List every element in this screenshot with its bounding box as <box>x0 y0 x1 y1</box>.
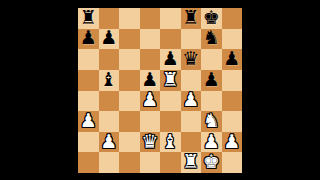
piece-white-pawn: ♟ <box>80 111 97 130</box>
square-h1[interactable] <box>222 152 243 173</box>
square-e2[interactable]: ♝ <box>160 132 181 153</box>
square-h3[interactable] <box>222 111 243 132</box>
square-a4[interactable] <box>78 91 99 112</box>
square-e3[interactable] <box>160 111 181 132</box>
square-b3[interactable] <box>99 111 120 132</box>
square-a8[interactable]: ♜ <box>78 8 99 29</box>
square-f1[interactable]: ♜ <box>181 152 202 173</box>
chess-board: ♜♜♚♟♟♞♟♛♟♝♟♜♟♟♟♟♞♟♛♝♟♟♜♚ <box>78 8 242 173</box>
square-d7[interactable] <box>140 29 161 50</box>
square-g4[interactable] <box>201 91 222 112</box>
piece-white-pawn: ♟ <box>223 132 240 151</box>
piece-white-queen: ♛ <box>141 132 158 151</box>
square-h6[interactable]: ♟ <box>222 49 243 70</box>
piece-black-king: ♚ <box>203 8 220 27</box>
square-b2[interactable]: ♟ <box>99 132 120 153</box>
piece-white-knight: ♞ <box>203 111 220 130</box>
square-e6[interactable]: ♟ <box>160 49 181 70</box>
square-b5[interactable]: ♝ <box>99 70 120 91</box>
square-g3[interactable]: ♞ <box>201 111 222 132</box>
square-g1[interactable]: ♚ <box>201 152 222 173</box>
square-g8[interactable]: ♚ <box>201 8 222 29</box>
square-a5[interactable] <box>78 70 99 91</box>
square-e5[interactable]: ♜ <box>160 70 181 91</box>
square-c6[interactable] <box>119 49 140 70</box>
square-g7[interactable]: ♞ <box>201 29 222 50</box>
square-f4[interactable]: ♟ <box>181 91 202 112</box>
piece-black-bishop: ♝ <box>100 70 117 89</box>
square-h5[interactable] <box>222 70 243 91</box>
square-f3[interactable] <box>181 111 202 132</box>
square-b8[interactable] <box>99 8 120 29</box>
square-f8[interactable]: ♜ <box>181 8 202 29</box>
square-c5[interactable] <box>119 70 140 91</box>
square-e7[interactable] <box>160 29 181 50</box>
piece-black-pawn: ♟ <box>162 49 179 68</box>
square-c2[interactable] <box>119 132 140 153</box>
piece-black-pawn: ♟ <box>223 49 240 68</box>
square-b1[interactable] <box>99 152 120 173</box>
piece-white-pawn: ♟ <box>141 91 158 110</box>
square-b6[interactable] <box>99 49 120 70</box>
piece-black-pawn: ♟ <box>141 70 158 89</box>
square-c3[interactable] <box>119 111 140 132</box>
square-d8[interactable] <box>140 8 161 29</box>
square-h4[interactable] <box>222 91 243 112</box>
square-h2[interactable]: ♟ <box>222 132 243 153</box>
square-c4[interactable] <box>119 91 140 112</box>
square-g2[interactable]: ♟ <box>201 132 222 153</box>
square-f6[interactable]: ♛ <box>181 49 202 70</box>
square-a7[interactable]: ♟ <box>78 29 99 50</box>
piece-black-knight: ♞ <box>203 29 220 48</box>
square-g5[interactable]: ♟ <box>201 70 222 91</box>
piece-black-pawn: ♟ <box>80 29 97 48</box>
piece-black-pawn: ♟ <box>100 29 117 48</box>
square-d5[interactable]: ♟ <box>140 70 161 91</box>
square-e1[interactable] <box>160 152 181 173</box>
piece-black-rook: ♜ <box>80 8 97 27</box>
piece-black-pawn: ♟ <box>203 70 220 89</box>
piece-white-rook: ♜ <box>182 152 199 171</box>
square-c7[interactable] <box>119 29 140 50</box>
square-a1[interactable] <box>78 152 99 173</box>
square-e8[interactable] <box>160 8 181 29</box>
piece-white-king: ♚ <box>203 152 220 171</box>
square-h8[interactable] <box>222 8 243 29</box>
letterbox-background: ♜♜♚♟♟♞♟♛♟♝♟♜♟♟♟♟♞♟♛♝♟♟♜♚ <box>0 0 320 180</box>
square-f7[interactable] <box>181 29 202 50</box>
piece-black-queen: ♛ <box>182 49 199 68</box>
square-c1[interactable] <box>119 152 140 173</box>
piece-black-rook: ♜ <box>182 8 199 27</box>
square-g6[interactable] <box>201 49 222 70</box>
square-c8[interactable] <box>119 8 140 29</box>
square-d2[interactable]: ♛ <box>140 132 161 153</box>
square-a2[interactable] <box>78 132 99 153</box>
square-d6[interactable] <box>140 49 161 70</box>
square-a3[interactable]: ♟ <box>78 111 99 132</box>
square-a6[interactable] <box>78 49 99 70</box>
piece-white-pawn: ♟ <box>100 132 117 151</box>
square-d3[interactable] <box>140 111 161 132</box>
square-b4[interactable] <box>99 91 120 112</box>
square-f5[interactable] <box>181 70 202 91</box>
square-f2[interactable] <box>181 132 202 153</box>
piece-white-bishop: ♝ <box>162 132 179 151</box>
piece-white-rook: ♜ <box>162 70 179 89</box>
piece-white-pawn: ♟ <box>203 132 220 151</box>
square-d1[interactable] <box>140 152 161 173</box>
square-e4[interactable] <box>160 91 181 112</box>
square-h7[interactable] <box>222 29 243 50</box>
square-b7[interactable]: ♟ <box>99 29 120 50</box>
piece-white-pawn: ♟ <box>182 91 199 110</box>
square-d4[interactable]: ♟ <box>140 91 161 112</box>
